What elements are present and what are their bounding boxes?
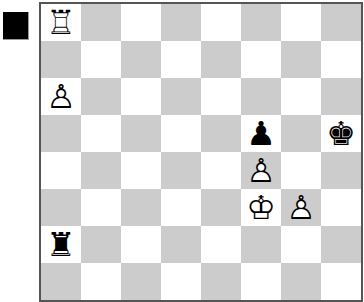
square-d8[interactable] — [161, 4, 201, 41]
piece-white-pawn-g3[interactable]: ♟♙ — [281, 189, 321, 226]
square-f1[interactable] — [241, 263, 281, 300]
square-e2[interactable] — [201, 226, 241, 263]
square-c8[interactable] — [121, 4, 161, 41]
square-h2[interactable] — [321, 226, 361, 263]
square-e4[interactable] — [201, 152, 241, 189]
square-f2[interactable] — [241, 226, 281, 263]
square-d3[interactable] — [161, 189, 201, 226]
square-c6[interactable] — [121, 78, 161, 115]
square-f5[interactable]: ♟ — [241, 115, 281, 152]
square-g5[interactable] — [281, 115, 321, 152]
chess-board: ♜♖♟♙♟♚♟♙♚♔♟♙♜ — [39, 2, 363, 302]
square-h6[interactable] — [321, 78, 361, 115]
square-d6[interactable] — [161, 78, 201, 115]
square-e1[interactable] — [201, 263, 241, 300]
piece-outline-layer: ♙ — [41, 78, 81, 115]
square-f6[interactable] — [241, 78, 281, 115]
square-a2[interactable]: ♜ — [41, 226, 81, 263]
piece-outline-layer: ♙ — [241, 152, 281, 189]
piece-black-king-h5[interactable]: ♚ — [321, 115, 361, 152]
square-d5[interactable] — [161, 115, 201, 152]
square-h4[interactable] — [321, 152, 361, 189]
chess-diagram: ♜♖♟♙♟♚♟♙♚♔♟♙♜ — [0, 0, 364, 302]
square-c2[interactable] — [121, 226, 161, 263]
square-b2[interactable] — [81, 226, 121, 263]
square-b6[interactable] — [81, 78, 121, 115]
square-e5[interactable] — [201, 115, 241, 152]
piece-outline-layer: ♙ — [281, 189, 321, 226]
square-g7[interactable] — [281, 41, 321, 78]
square-h8[interactable] — [321, 4, 361, 41]
square-b4[interactable] — [81, 152, 121, 189]
square-d7[interactable] — [161, 41, 201, 78]
piece-black-rook-a2[interactable]: ♜ — [41, 226, 81, 263]
square-b8[interactable] — [81, 4, 121, 41]
piece-white-pawn-f4[interactable]: ♟♙ — [241, 152, 281, 189]
square-g1[interactable] — [281, 263, 321, 300]
square-c1[interactable] — [121, 263, 161, 300]
square-a1[interactable] — [41, 263, 81, 300]
square-a7[interactable] — [41, 41, 81, 78]
piece-white-king-f3[interactable]: ♚♔ — [241, 189, 281, 226]
square-c7[interactable] — [121, 41, 161, 78]
square-f7[interactable] — [241, 41, 281, 78]
side-to-move-indicator — [3, 12, 29, 40]
square-f8[interactable] — [241, 4, 281, 41]
square-e6[interactable] — [201, 78, 241, 115]
square-h5[interactable]: ♚ — [321, 115, 361, 152]
square-g4[interactable] — [281, 152, 321, 189]
square-c4[interactable] — [121, 152, 161, 189]
square-a3[interactable] — [41, 189, 81, 226]
square-b1[interactable] — [81, 263, 121, 300]
square-a4[interactable] — [41, 152, 81, 189]
square-f3[interactable]: ♚♔ — [241, 189, 281, 226]
square-d4[interactable] — [161, 152, 201, 189]
square-f4[interactable]: ♟♙ — [241, 152, 281, 189]
square-a6[interactable]: ♟♙ — [41, 78, 81, 115]
piece-white-rook-a8[interactable]: ♜♖ — [41, 4, 81, 41]
piece-white-pawn-a6[interactable]: ♟♙ — [41, 78, 81, 115]
square-g6[interactable] — [281, 78, 321, 115]
piece-outline-layer: ♖ — [41, 4, 81, 41]
square-d2[interactable] — [161, 226, 201, 263]
square-g3[interactable]: ♟♙ — [281, 189, 321, 226]
square-a5[interactable] — [41, 115, 81, 152]
square-g2[interactable] — [281, 226, 321, 263]
square-b7[interactable] — [81, 41, 121, 78]
square-e3[interactable] — [201, 189, 241, 226]
square-g8[interactable] — [281, 4, 321, 41]
square-h7[interactable] — [321, 41, 361, 78]
square-e7[interactable] — [201, 41, 241, 78]
square-b3[interactable] — [81, 189, 121, 226]
square-d1[interactable] — [161, 263, 201, 300]
square-c3[interactable] — [121, 189, 161, 226]
piece-outline-layer: ♔ — [241, 189, 281, 226]
square-a8[interactable]: ♜♖ — [41, 4, 81, 41]
square-c5[interactable] — [121, 115, 161, 152]
square-h1[interactable] — [321, 263, 361, 300]
square-b5[interactable] — [81, 115, 121, 152]
square-e8[interactable] — [201, 4, 241, 41]
square-h3[interactable] — [321, 189, 361, 226]
piece-black-pawn-f5[interactable]: ♟ — [241, 115, 281, 152]
